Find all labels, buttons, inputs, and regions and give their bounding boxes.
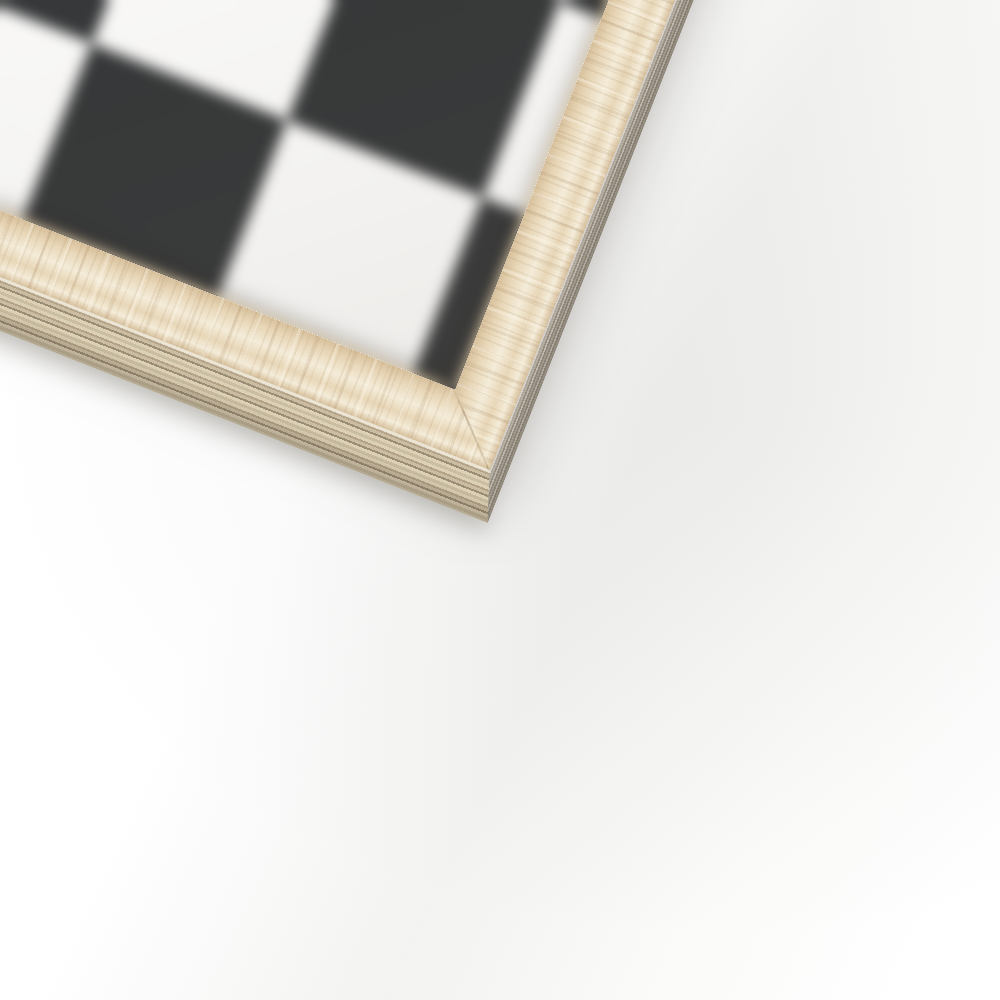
photo-scene	[0, 0, 1000, 1000]
